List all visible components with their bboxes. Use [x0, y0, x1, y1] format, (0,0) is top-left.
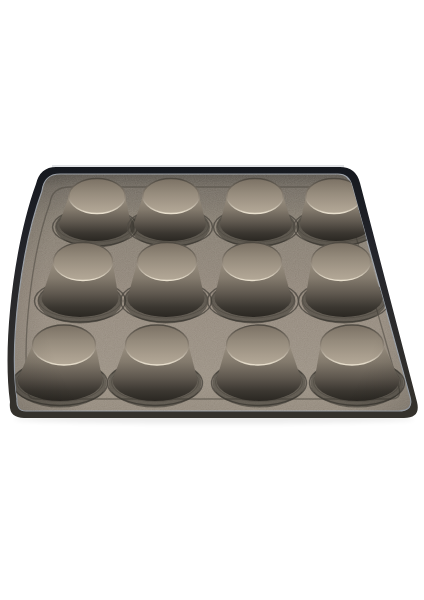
muffin-pan-image: [0, 0, 424, 600]
photo-canvas: [0, 0, 424, 600]
product-photo: [0, 0, 424, 600]
cup-top-face: [321, 325, 384, 365]
cup-top-face: [143, 179, 199, 214]
cup-top-face: [33, 325, 96, 365]
cup-top-face: [312, 243, 371, 281]
cup-top-face: [138, 243, 197, 281]
cup-top-face: [223, 243, 282, 281]
cup-top-face: [227, 179, 283, 214]
cup-top-face: [69, 179, 125, 214]
cup-top-face: [54, 243, 113, 281]
cup-top-face: [227, 325, 290, 365]
cup-top-face: [126, 325, 189, 365]
